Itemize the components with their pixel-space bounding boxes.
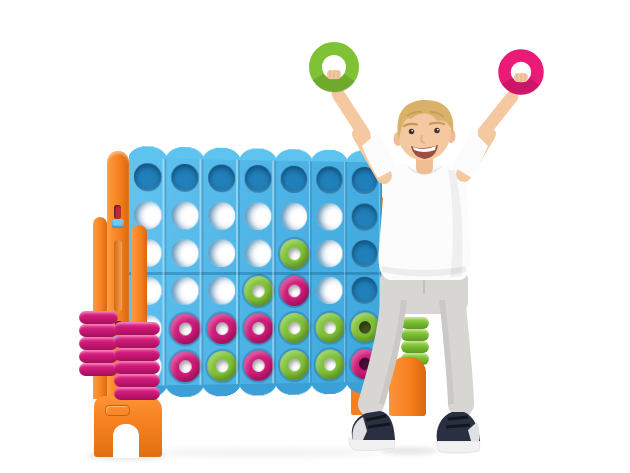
cell-r4c1[interactable] (129, 272, 166, 310)
cell-r1c2[interactable] (166, 159, 203, 197)
disc-pink (243, 313, 272, 344)
green-storage-ring (401, 317, 429, 329)
cell-r1c6[interactable] (312, 161, 347, 198)
cell-r5c3[interactable] (203, 309, 240, 347)
disc-pink (170, 351, 200, 382)
right-foot (389, 357, 426, 416)
product-photo-scene (0, 0, 630, 473)
cell-r4c4[interactable] (240, 272, 276, 309)
connect-four-board (129, 146, 383, 398)
child-right-hand (327, 70, 341, 79)
child-left-sneaker (349, 411, 395, 451)
hole-empty (171, 239, 198, 267)
hole-empty (316, 277, 342, 304)
green-storage-ring (401, 341, 429, 353)
hole-empty-dark (134, 163, 162, 191)
brand-emboss-plate (105, 405, 130, 416)
pink-storage-ring (79, 324, 118, 337)
hole-empty (134, 353, 162, 381)
cell-r6c5[interactable] (276, 346, 312, 384)
cell-r5c2[interactable] (166, 310, 203, 348)
board-grid (129, 158, 382, 386)
cell-r5c4[interactable] (240, 309, 276, 347)
cell-r2c5[interactable] (276, 198, 312, 235)
cell-r3c2[interactable] (166, 234, 203, 272)
hole-empty-dark (316, 166, 342, 194)
held-ring-pink (505, 56, 538, 89)
pink-storage-ring (79, 363, 118, 376)
cell-r5c5[interactable] (276, 309, 312, 346)
cell-r4c5[interactable] (276, 272, 312, 309)
hole-empty (208, 277, 235, 305)
cell-r6c1[interactable] (129, 348, 166, 386)
storage-pole (93, 217, 107, 399)
cell-r6c7[interactable] (347, 345, 382, 382)
hole-empty-dark (352, 167, 378, 194)
disc-pink (170, 313, 200, 344)
disc-green (279, 312, 308, 342)
hole-empty-dark (352, 240, 378, 267)
cell-r6c2[interactable] (166, 347, 203, 385)
left-post (107, 151, 129, 408)
cell-r4c2[interactable] (166, 272, 203, 310)
cell-r1c3[interactable] (203, 159, 240, 197)
hole-empty (281, 203, 307, 231)
cell-r1c7[interactable] (347, 162, 382, 199)
floor-shadow (380, 447, 438, 455)
hole-empty (316, 240, 342, 267)
hole-empty-dark (208, 164, 235, 192)
cell-r3c1[interactable] (129, 234, 166, 272)
floor-shadow (86, 452, 166, 460)
disc-pink (350, 348, 378, 378)
hole-empty (134, 201, 162, 229)
pink-storage-ring (79, 350, 118, 363)
cell-r2c2[interactable] (166, 196, 203, 234)
hole-empty (245, 202, 272, 230)
disc-pink (279, 275, 308, 305)
cell-r1c1[interactable] (129, 158, 166, 196)
hole-empty (134, 315, 162, 343)
cell-r4c7[interactable] (347, 272, 382, 309)
cell-r3c3[interactable] (203, 234, 240, 272)
hole-empty (134, 239, 162, 267)
cell-r6c3[interactable] (203, 347, 240, 385)
disc-green (207, 350, 237, 381)
post-latch (112, 219, 124, 228)
hole-empty (171, 277, 198, 305)
hole-empty-dark (171, 164, 198, 192)
cell-r4c3[interactable] (203, 272, 240, 310)
disc-green (350, 312, 378, 342)
cell-r4c6[interactable] (312, 272, 347, 309)
cell-r2c3[interactable] (203, 197, 240, 235)
pink-storage-ring (79, 311, 118, 324)
cell-r3c5[interactable] (276, 235, 312, 272)
cell-r6c4[interactable] (240, 346, 276, 384)
post-groove (114, 240, 122, 312)
hole-empty-dark (352, 277, 378, 304)
child-left-hand (514, 73, 528, 82)
hole-empty (245, 240, 272, 268)
disc-pink (243, 350, 272, 381)
disc-pink (207, 313, 237, 344)
hole-empty-dark (245, 165, 272, 193)
post-slot (115, 321, 122, 335)
disc-green (279, 349, 308, 380)
hole-empty (208, 202, 235, 230)
child-head (394, 100, 456, 174)
cell-r6c6[interactable] (312, 345, 347, 382)
disc-green (315, 312, 344, 342)
disc-green (279, 238, 308, 268)
hole-empty-dark (281, 166, 307, 194)
hole-empty (208, 239, 235, 267)
child-left-arm (452, 97, 512, 178)
cell-r3c7[interactable] (347, 235, 382, 272)
disc-green (315, 349, 344, 379)
held-ring-green (316, 49, 353, 87)
cell-r3c6[interactable] (312, 235, 347, 272)
left-foot (94, 396, 162, 457)
cell-r5c7[interactable] (347, 308, 382, 345)
cell-r1c4[interactable] (240, 160, 276, 198)
cell-r2c6[interactable] (312, 198, 347, 235)
cell-r3c4[interactable] (240, 235, 276, 272)
hole-empty (134, 277, 162, 305)
floor-shadow (150, 448, 380, 457)
hole-empty-dark (352, 203, 378, 230)
cell-r2c4[interactable] (240, 197, 276, 235)
hole-empty (171, 201, 198, 229)
child-right-sneaker (437, 412, 480, 453)
cell-r1c5[interactable] (276, 161, 312, 199)
post-latch (113, 336, 125, 345)
pink-ring-storage-stack (79, 311, 118, 376)
disc-green (243, 275, 272, 305)
pink-storage-ring (79, 337, 118, 350)
cell-r2c7[interactable] (347, 199, 382, 236)
post-slot (114, 205, 121, 219)
cell-r2c1[interactable] (129, 196, 166, 234)
hole-empty (316, 203, 342, 230)
green-storage-ring (401, 329, 429, 341)
cell-r5c6[interactable] (312, 309, 347, 346)
cell-r5c1[interactable] (129, 310, 166, 348)
